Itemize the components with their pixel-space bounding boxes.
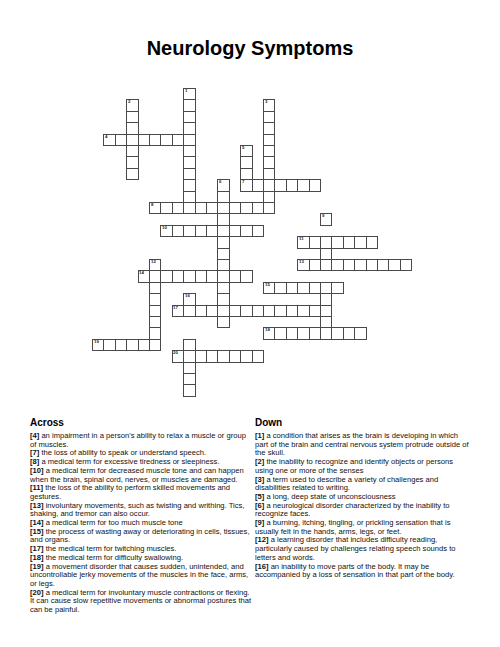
clue-item: [16] an inability to move parts of the b…: [255, 563, 473, 580]
clue-number: [14]: [30, 518, 46, 527]
grid-cell[interactable]: [263, 202, 275, 214]
cell-number: 20: [173, 351, 178, 355]
cell-number: 6: [219, 180, 221, 184]
across-header: Across: [30, 417, 253, 428]
clue-number: [10]: [30, 466, 46, 475]
clue-number: [18]: [30, 553, 46, 562]
cell-number: 7: [242, 180, 244, 184]
clue-item: [3] a term used to describe a variety of…: [255, 476, 473, 493]
clue-number: [12]: [255, 535, 271, 544]
clue-number: [4]: [30, 431, 41, 440]
grid-cell[interactable]: [366, 236, 378, 248]
across-clue-list: [4] an impairment in a person's ability …: [30, 432, 253, 615]
grid-cell[interactable]: [400, 259, 412, 271]
clue-item: [1] a condition that arises as the brain…: [255, 432, 473, 458]
clue-number: [13]: [30, 501, 46, 510]
clue-item: [11] the loss of the ability to perform …: [30, 484, 253, 501]
grid-cell[interactable]: [240, 270, 252, 282]
down-header: Down: [255, 417, 473, 428]
cell-number: 5: [242, 146, 244, 150]
grid-cell[interactable]: [149, 339, 161, 351]
clue-number: [16]: [255, 562, 271, 571]
clue-item: [15] the process of wasting away or dete…: [30, 528, 253, 545]
clue-number: [1]: [255, 431, 266, 440]
cell-number: 8: [151, 203, 153, 207]
cell-number: 19: [94, 340, 99, 344]
grid-cell[interactable]: [126, 168, 138, 180]
cell-number: 10: [162, 226, 167, 230]
grid-cell[interactable]: [252, 350, 264, 362]
page-title: Neurology Symptoms: [0, 37, 500, 60]
clue-number: [6]: [255, 501, 266, 510]
clue-number: [2]: [255, 457, 266, 466]
clue-item: [20] a medical term for involuntary musc…: [30, 589, 253, 615]
cell-number: 15: [265, 283, 270, 287]
clue-number: [19]: [30, 562, 46, 571]
cell-number: 9: [322, 214, 324, 218]
down-clue-list: [1] a condition that arises as the brain…: [255, 432, 473, 580]
clue-number: [5]: [255, 492, 266, 501]
grid-cell[interactable]: [183, 384, 195, 396]
clue-item: [19] a movement disorder that causes sud…: [30, 563, 253, 589]
clue-number: [11]: [30, 483, 45, 492]
clue-number: [3]: [255, 475, 266, 484]
clue-item: [2] the inability to recognize and ident…: [255, 458, 473, 475]
cell-number: 3: [265, 100, 267, 104]
clue-item: [13] involuntary movements, such as twis…: [30, 502, 253, 519]
clue-number: [17]: [30, 544, 46, 553]
clue-item: [6] a neurological disorder characterize…: [255, 502, 473, 519]
cell-number: 16: [185, 294, 190, 298]
clue-item: [12] a learning disorder that includes d…: [255, 536, 473, 562]
cell-number: 18: [265, 328, 270, 332]
down-clues-column: Down [1] a condition that arises as the …: [255, 417, 473, 580]
grid-cell[interactable]: [331, 282, 343, 294]
cell-number: 4: [105, 135, 107, 139]
clue-number: [15]: [30, 527, 46, 536]
grid-cell[interactable]: [217, 316, 229, 328]
clue-number: [9]: [255, 518, 266, 527]
cell-number: 1: [185, 89, 187, 93]
clue-item: [10] a medical term for decreased muscle…: [30, 467, 253, 484]
across-clues-column: Across [4] an impairment in a person's a…: [30, 417, 253, 615]
grid-cell[interactable]: [252, 225, 264, 237]
grid-cell[interactable]: [354, 327, 366, 339]
cell-number: 12: [151, 260, 156, 264]
clue-number: [20]: [30, 588, 46, 597]
cell-number: 13: [299, 260, 304, 264]
crossword-grid: 1234567891011121314151617181920: [92, 88, 412, 396]
cell-number: 17: [173, 306, 178, 310]
cell-number: 14: [139, 271, 144, 275]
clue-item: [4] an impairment in a person's ability …: [30, 432, 253, 449]
clue-number: [7]: [30, 448, 41, 457]
clue-item: [9] a burning, itching, tingling, or pri…: [255, 519, 473, 536]
grid-cell[interactable]: [309, 179, 321, 191]
clue-number: [8]: [30, 457, 41, 466]
cell-number: 2: [128, 100, 130, 104]
grid-cell[interactable]: 9: [320, 213, 332, 225]
cell-number: 11: [299, 237, 304, 241]
